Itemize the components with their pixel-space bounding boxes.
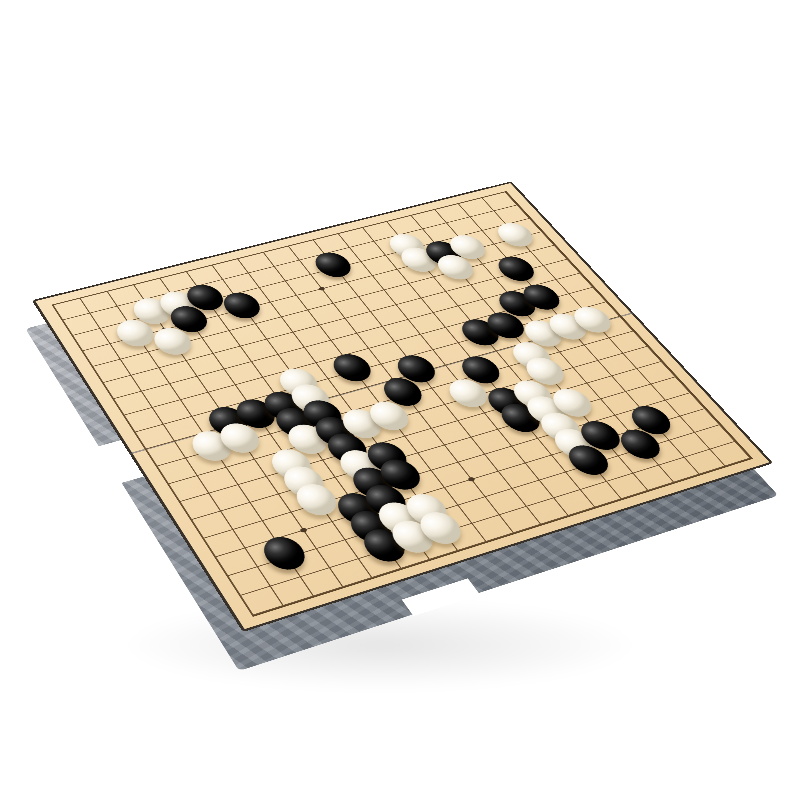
board-photo-stage xyxy=(0,0,800,800)
go-board-plane[interactable] xyxy=(53,192,750,615)
